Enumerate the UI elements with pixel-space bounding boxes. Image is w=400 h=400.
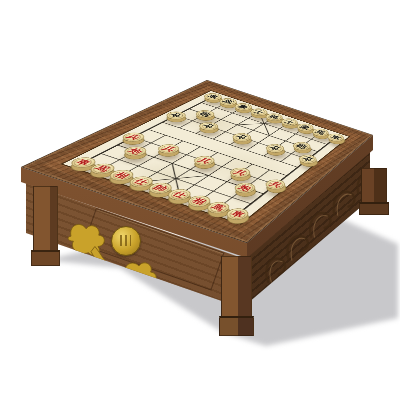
piece-red-soldier[interactable]: 兵 bbox=[154, 142, 184, 155]
table-leg-front bbox=[221, 256, 252, 318]
piece-black-soldier[interactable]: 卒 bbox=[162, 110, 189, 121]
piece-glyph: 炮 bbox=[127, 147, 144, 154]
piece-glyph: 馬 bbox=[93, 165, 112, 173]
piece-glyph: 兵 bbox=[268, 181, 283, 189]
piece-glyph: 卒 bbox=[202, 123, 217, 129]
piece-glyph: 馬 bbox=[314, 129, 326, 135]
piece-black-cannon[interactable]: 砲 bbox=[192, 109, 218, 120]
piece-black-soldier[interactable]: 卒 bbox=[229, 131, 255, 143]
table-leg-right-foot bbox=[359, 202, 389, 215]
scene: 車馬象士將士象馬車砲砲卒卒卒卒卒兵兵兵兵兵炮炮車馬相仕帥仕相馬車 bbox=[0, 0, 400, 400]
piece-red-cannon[interactable]: 炮 bbox=[231, 181, 260, 195]
piece-glyph: 帥 bbox=[151, 184, 169, 192]
piece-glyph: 馬 bbox=[210, 203, 227, 212]
table-leg-front-foot bbox=[219, 316, 254, 336]
piece-glyph: 兵 bbox=[232, 169, 248, 177]
piece-red-soldier[interactable]: 兵 bbox=[262, 178, 289, 192]
piece-red-soldier[interactable]: 兵 bbox=[118, 131, 148, 144]
piece-glyph: 砲 bbox=[295, 143, 308, 149]
piece-glyph: 砲 bbox=[198, 111, 212, 117]
piece-glyph: 車 bbox=[330, 134, 342, 140]
piece-glyph: 車 bbox=[74, 158, 93, 166]
piece-glyph: 兵 bbox=[160, 145, 176, 152]
piece-glyph: 象 bbox=[237, 104, 250, 110]
piece-black-soldier[interactable]: 卒 bbox=[262, 142, 287, 154]
table-leg-left-foot bbox=[31, 250, 60, 266]
piece-glyph: 炮 bbox=[237, 184, 253, 192]
table-leg-right bbox=[361, 168, 387, 204]
piece-red-soldier[interactable]: 兵 bbox=[226, 166, 254, 180]
drawer-medallion-pull bbox=[111, 226, 141, 256]
piece-glyph: 兵 bbox=[125, 134, 142, 141]
piece-glyph: 仕 bbox=[132, 178, 150, 186]
piece-black-cannon[interactable]: 砲 bbox=[290, 141, 314, 153]
piece-glyph: 兵 bbox=[196, 157, 212, 164]
piece-glyph: 士 bbox=[252, 109, 265, 115]
piece-glyph: 象 bbox=[299, 124, 312, 130]
piece-red-soldier[interactable]: 兵 bbox=[190, 154, 219, 167]
piece-glyph: 卒 bbox=[235, 134, 249, 141]
piece-glyph: 馬 bbox=[221, 99, 235, 105]
piece-glyph: 相 bbox=[112, 171, 131, 179]
piece-glyph: 卒 bbox=[168, 112, 183, 118]
piece-glyph: 將 bbox=[268, 114, 281, 120]
piece-glyph: 仕 bbox=[171, 191, 189, 199]
piece-black-soldier[interactable]: 卒 bbox=[296, 153, 320, 165]
piece-black-soldier[interactable]: 卒 bbox=[196, 121, 223, 132]
table-leg-left bbox=[33, 186, 58, 252]
piece-red-cannon[interactable]: 炮 bbox=[120, 145, 151, 158]
piece-glyph: 相 bbox=[190, 197, 207, 206]
piece-glyph: 卒 bbox=[301, 156, 315, 163]
piece-glyph: 卒 bbox=[268, 145, 282, 152]
piece-glyph: 車 bbox=[229, 210, 246, 219]
piece-glyph: 車 bbox=[206, 94, 220, 100]
piece-glyph: 士 bbox=[283, 119, 296, 125]
